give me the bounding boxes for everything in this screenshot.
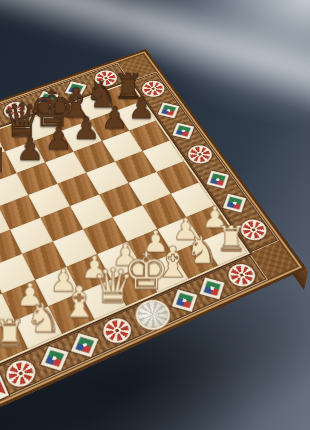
rosette-inlay-icon	[223, 260, 259, 290]
diamond-inlay-icon	[199, 277, 224, 299]
diamond-inlay-icon	[172, 123, 194, 140]
rosette-inlay-icon	[184, 143, 216, 167]
playing-area: ♜♞♝♛♚♝♞♜♟♟♟♟♟♟♟♟♟♟♟♟♟♟♟♟♜♞♝♛♚♝♞♜	[0, 81, 250, 366]
diamond-inlay-icon	[40, 346, 68, 371]
diamond-inlay-icon	[71, 333, 99, 357]
diamond-inlay-icon	[157, 102, 179, 118]
studio-background: ♜♞♝♛♚♝♞♜♟♟♟♟♟♟♟♟♟♟♟♟♟♟♟♟♜♞♝♛♚♝♞♜	[0, 0, 310, 430]
square-e2: ♟	[97, 241, 142, 279]
diamond-inlay-icon	[65, 81, 87, 96]
chess-box: ♜♞♝♛♚♝♞♜♟♟♟♟♟♟♟♟♟♟♟♟♟♟♟♟♜♞♝♛♚♝♞♜	[0, 49, 307, 423]
board-frame: ♜♞♝♛♚♝♞♜♟♟♟♟♟♟♟♟♟♟♟♟♟♟♟♟♜♞♝♛♚♝♞♜	[0, 49, 307, 423]
rosette-inlay-icon	[138, 78, 168, 100]
diamond-inlay-icon	[36, 91, 59, 107]
diamond-inlay-icon	[172, 289, 198, 311]
diamond-inlay-icon	[206, 171, 229, 189]
diamond-inlay-icon	[223, 194, 246, 213]
board-perspective-scene: ♜♞♝♛♚♝♞♜♟♟♟♟♟♟♟♟♟♟♟♟♟♟♟♟♜♞♝♛♚♝♞♜	[0, 0, 310, 430]
rosette-inlay-icon	[2, 356, 39, 391]
rosette-inlay-icon	[99, 314, 136, 347]
